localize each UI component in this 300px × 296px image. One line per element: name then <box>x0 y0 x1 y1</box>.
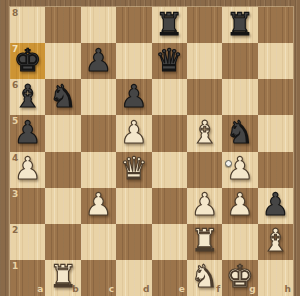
square-f7[interactable] <box>187 43 222 79</box>
square-h2[interactable]: ♝ <box>258 224 293 260</box>
white-queen[interactable]: ♛ <box>120 153 148 186</box>
square-g6[interactable] <box>222 79 257 115</box>
board-frame: 8♜♜7♚♟♛6♝♞♟5♟♟♝♞4♟♛♟3♟♟♟♟2♜♝1ab♜cdef♞g♚h <box>0 0 300 296</box>
white-pawn[interactable]: ♟ <box>120 117 148 150</box>
white-king[interactable]: ♚ <box>226 261 254 294</box>
white-pawn[interactable]: ♟ <box>85 189 113 222</box>
square-f3[interactable]: ♟ <box>187 188 222 224</box>
square-b4[interactable] <box>45 152 80 188</box>
square-a2[interactable]: 2 <box>10 224 45 260</box>
black-rook[interactable]: ♜ <box>226 9 254 42</box>
file-label-a: a <box>37 285 43 294</box>
square-c4[interactable] <box>81 152 116 188</box>
square-c8[interactable] <box>81 7 116 43</box>
rank-label-2: 2 <box>12 226 18 235</box>
square-f4[interactable] <box>187 152 222 188</box>
square-c2[interactable] <box>81 224 116 260</box>
square-d5[interactable]: ♟ <box>116 115 151 151</box>
square-e6[interactable] <box>152 79 187 115</box>
square-a5[interactable]: 5♟ <box>10 115 45 151</box>
white-bishop[interactable]: ♝ <box>191 117 219 150</box>
square-f1[interactable]: f♞ <box>187 260 222 296</box>
black-knight[interactable]: ♞ <box>226 117 254 150</box>
square-f2[interactable]: ♜ <box>187 224 222 260</box>
file-label-e: e <box>179 285 185 294</box>
square-c3[interactable]: ♟ <box>81 188 116 224</box>
square-e2[interactable] <box>152 224 187 260</box>
white-rook[interactable]: ♜ <box>191 225 219 258</box>
square-d2[interactable] <box>116 224 151 260</box>
square-g2[interactable] <box>222 224 257 260</box>
file-label-d: d <box>143 285 149 294</box>
square-d4[interactable]: ♛ <box>116 152 151 188</box>
file-label-c: c <box>109 285 114 294</box>
square-a6[interactable]: 6♝ <box>10 79 45 115</box>
square-h7[interactable] <box>258 43 293 79</box>
square-f8[interactable] <box>187 7 222 43</box>
square-h8[interactable] <box>258 7 293 43</box>
square-g7[interactable] <box>222 43 257 79</box>
white-pawn[interactable]: ♟ <box>191 189 219 222</box>
rank-label-1: 1 <box>12 262 18 271</box>
black-pawn[interactable]: ♟ <box>14 117 42 150</box>
square-a1[interactable]: 1a <box>10 260 45 296</box>
black-bishop[interactable]: ♝ <box>14 81 42 114</box>
rank-label-3: 3 <box>12 190 18 199</box>
white-knight[interactable]: ♞ <box>191 261 219 294</box>
square-g5[interactable]: ♞ <box>222 115 257 151</box>
square-e3[interactable] <box>152 188 187 224</box>
chess-board: 8♜♜7♚♟♛6♝♞♟5♟♟♝♞4♟♛♟3♟♟♟♟2♜♝1ab♜cdef♞g♚h <box>10 7 293 296</box>
black-knight[interactable]: ♞ <box>49 81 77 114</box>
square-a7[interactable]: 7♚ <box>10 43 45 79</box>
black-queen[interactable]: ♛ <box>155 45 183 78</box>
square-c1[interactable]: c <box>81 260 116 296</box>
square-d7[interactable] <box>116 43 151 79</box>
square-d3[interactable] <box>116 188 151 224</box>
square-b3[interactable] <box>45 188 80 224</box>
square-f5[interactable]: ♝ <box>187 115 222 151</box>
black-pawn[interactable]: ♟ <box>85 45 113 78</box>
white-pawn[interactable]: ♟ <box>226 153 254 186</box>
square-b5[interactable] <box>45 115 80 151</box>
black-pawn[interactable]: ♟ <box>261 189 289 222</box>
square-d6[interactable]: ♟ <box>116 79 151 115</box>
square-e1[interactable]: e <box>152 260 187 296</box>
square-b8[interactable] <box>45 7 80 43</box>
white-pawn[interactable]: ♟ <box>14 153 42 186</box>
square-b6[interactable]: ♞ <box>45 79 80 115</box>
black-rook[interactable]: ♜ <box>155 9 183 42</box>
square-h3[interactable]: ♟ <box>258 188 293 224</box>
square-e8[interactable]: ♜ <box>152 7 187 43</box>
square-b2[interactable] <box>45 224 80 260</box>
square-d8[interactable] <box>116 7 151 43</box>
square-h5[interactable] <box>258 115 293 151</box>
file-label-h: h <box>285 285 291 294</box>
square-c6[interactable] <box>81 79 116 115</box>
square-b7[interactable] <box>45 43 80 79</box>
square-a4[interactable]: 4♟ <box>10 152 45 188</box>
rank-label-8: 8 <box>12 9 18 18</box>
square-e5[interactable] <box>152 115 187 151</box>
square-a3[interactable]: 3 <box>10 188 45 224</box>
square-g4[interactable]: ♟ <box>222 152 257 188</box>
annotation-dot-icon <box>225 160 232 167</box>
square-c7[interactable]: ♟ <box>81 43 116 79</box>
square-h4[interactable] <box>258 152 293 188</box>
square-g8[interactable]: ♜ <box>222 7 257 43</box>
square-e7[interactable]: ♛ <box>152 43 187 79</box>
black-pawn[interactable]: ♟ <box>120 81 148 114</box>
white-bishop[interactable]: ♝ <box>261 225 289 258</box>
square-c5[interactable] <box>81 115 116 151</box>
square-f6[interactable] <box>187 79 222 115</box>
square-d1[interactable]: d <box>116 260 151 296</box>
square-h1[interactable]: h <box>258 260 293 296</box>
square-g3[interactable]: ♟ <box>222 188 257 224</box>
black-king[interactable]: ♚ <box>14 45 42 78</box>
square-a8[interactable]: 8 <box>10 7 45 43</box>
white-rook[interactable]: ♜ <box>49 261 77 294</box>
square-b1[interactable]: b♜ <box>45 260 80 296</box>
white-pawn[interactable]: ♟ <box>226 189 254 222</box>
square-h6[interactable] <box>258 79 293 115</box>
square-g1[interactable]: g♚ <box>222 260 257 296</box>
square-e4[interactable] <box>152 152 187 188</box>
